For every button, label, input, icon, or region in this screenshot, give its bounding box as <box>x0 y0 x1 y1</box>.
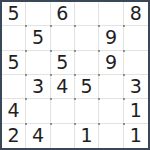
grid-cell-empty[interactable] <box>51 26 75 50</box>
grid-cell-empty[interactable] <box>51 99 75 123</box>
grid-cell-given[interactable]: 9 <box>99 26 123 50</box>
grid-cell-empty[interactable] <box>99 2 123 26</box>
grid-cell-empty[interactable] <box>51 124 75 148</box>
grid-cell-empty[interactable] <box>26 99 50 123</box>
grid-cell-empty[interactable] <box>26 2 50 26</box>
grid-cell-given[interactable]: 1 <box>124 99 148 123</box>
grid-cell-empty[interactable] <box>99 75 123 99</box>
grid-cell-given[interactable]: 4 <box>26 124 50 148</box>
grid-cell-given[interactable]: 3 <box>124 75 148 99</box>
grid-cell-given[interactable]: 8 <box>124 2 148 26</box>
sudoku-grid: 568595593453412411 <box>0 0 150 150</box>
grid-cell-empty[interactable] <box>124 26 148 50</box>
grid-cell-empty[interactable] <box>99 99 123 123</box>
grid-cell-empty[interactable] <box>99 124 123 148</box>
grid-cell-given[interactable]: 5 <box>51 51 75 75</box>
grid-cell-given[interactable]: 5 <box>2 51 26 75</box>
grid-cell-given[interactable]: 4 <box>51 75 75 99</box>
grid-cell-empty[interactable] <box>26 51 50 75</box>
grid-cell-given[interactable]: 6 <box>51 2 75 26</box>
grid-cell-empty[interactable] <box>75 26 99 50</box>
grid-cell-given[interactable]: 3 <box>26 75 50 99</box>
grid-cell-given[interactable]: 4 <box>2 99 26 123</box>
grid-cell-empty[interactable] <box>75 99 99 123</box>
grid-cell-given[interactable]: 5 <box>2 2 26 26</box>
grid-cell-given[interactable]: 1 <box>75 124 99 148</box>
grid-cell-given[interactable]: 2 <box>2 124 26 148</box>
grid-cell-empty[interactable] <box>75 2 99 26</box>
grid-cell-empty[interactable] <box>75 51 99 75</box>
grid-cell-given[interactable]: 5 <box>26 26 50 50</box>
grid-cell-empty[interactable] <box>2 75 26 99</box>
grid-cell-given[interactable]: 9 <box>99 51 123 75</box>
grid-cell-empty[interactable] <box>124 51 148 75</box>
grid-cell-given[interactable]: 5 <box>75 75 99 99</box>
grid-cell-empty[interactable] <box>2 26 26 50</box>
grid-cell-given[interactable]: 1 <box>124 124 148 148</box>
